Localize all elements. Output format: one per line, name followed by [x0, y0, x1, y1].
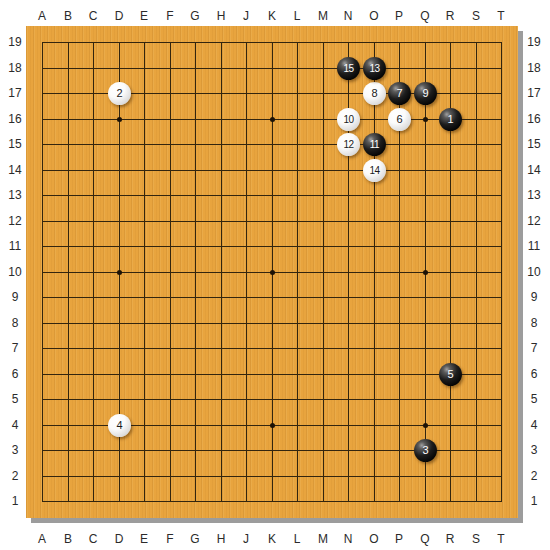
column-label-top-O: O	[362, 9, 386, 23]
row-label-right-7: 7	[522, 341, 546, 355]
go-board: 123456789101112131415	[26, 26, 518, 518]
column-label-bottom-J: J	[234, 532, 258, 546]
stone-black-11-O15: 11	[363, 133, 386, 156]
row-label-right-11: 11	[522, 239, 546, 253]
column-label-top-H: H	[209, 9, 233, 23]
grid-line-horizontal-7	[42, 348, 502, 349]
stone-white-8-O17: 8	[363, 82, 386, 105]
row-label-left-7: 7	[3, 341, 27, 355]
row-label-right-12: 12	[522, 214, 546, 228]
star-point-K4	[270, 423, 275, 428]
column-label-bottom-P: P	[387, 532, 411, 546]
row-label-left-16: 16	[3, 112, 27, 126]
column-label-top-D: D	[107, 9, 131, 23]
stone-black-3-Q3: 3	[414, 439, 437, 462]
star-point-K10	[270, 270, 275, 275]
star-point-K16	[270, 117, 275, 122]
row-label-left-19: 19	[3, 35, 27, 49]
column-label-top-C: C	[81, 9, 105, 23]
column-label-bottom-D: D	[107, 532, 131, 546]
column-label-bottom-B: B	[56, 532, 80, 546]
stone-black-7-P17: 7	[388, 82, 411, 105]
column-label-bottom-H: H	[209, 532, 233, 546]
column-label-bottom-R: R	[438, 532, 462, 546]
column-label-top-P: P	[387, 9, 411, 23]
grid-line-horizontal-6	[42, 374, 502, 375]
column-label-top-M: M	[311, 9, 335, 23]
row-label-right-19: 19	[522, 35, 546, 49]
column-label-top-R: R	[438, 9, 462, 23]
column-label-top-A: A	[30, 9, 54, 23]
stone-white-4-D4: 4	[108, 414, 131, 437]
row-label-left-3: 3	[3, 443, 27, 457]
row-label-left-11: 11	[3, 239, 27, 253]
row-label-left-2: 2	[3, 469, 27, 483]
column-label-top-E: E	[132, 9, 156, 23]
stone-black-13-O18: 13	[363, 57, 386, 80]
column-label-bottom-S: S	[464, 532, 488, 546]
column-label-bottom-L: L	[285, 532, 309, 546]
row-label-left-15: 15	[3, 137, 27, 151]
stone-black-15-N18: 15	[337, 57, 360, 80]
star-point-Q16	[423, 117, 428, 122]
row-label-right-10: 10	[522, 265, 546, 279]
row-label-right-14: 14	[522, 163, 546, 177]
stone-black-9-Q17: 9	[414, 82, 437, 105]
row-label-left-6: 6	[3, 367, 27, 381]
row-label-left-8: 8	[3, 316, 27, 330]
column-label-bottom-Q: Q	[413, 532, 437, 546]
star-point-D10	[117, 270, 122, 275]
column-label-top-J: J	[234, 9, 258, 23]
grid-line-horizontal-1	[42, 501, 502, 502]
stone-white-6-P16: 6	[388, 108, 411, 131]
row-label-left-18: 18	[3, 61, 27, 75]
grid-line-vertical-S	[476, 42, 477, 502]
stone-white-12-N15: 12	[337, 133, 360, 156]
row-label-right-17: 17	[522, 86, 546, 100]
column-label-bottom-N: N	[336, 532, 360, 546]
column-label-bottom-C: C	[81, 532, 105, 546]
row-label-left-9: 9	[3, 290, 27, 304]
grid-line-vertical-M	[323, 42, 324, 502]
column-label-bottom-T: T	[489, 532, 513, 546]
row-label-left-4: 4	[3, 418, 27, 432]
row-label-left-1: 1	[3, 494, 27, 508]
stone-white-14-O14: 14	[363, 159, 386, 182]
row-label-right-5: 5	[522, 392, 546, 406]
row-label-right-8: 8	[522, 316, 546, 330]
column-label-top-K: K	[260, 9, 284, 23]
row-label-left-14: 14	[3, 163, 27, 177]
grid-line-vertical-L	[297, 42, 298, 502]
column-label-bottom-G: G	[183, 532, 207, 546]
column-label-top-B: B	[56, 9, 80, 23]
go-diagram-page: { "game": "go", "diagram_title": "Go ope…	[0, 0, 550, 550]
grid-line-horizontal-2	[42, 476, 502, 477]
column-label-bottom-M: M	[311, 532, 335, 546]
row-label-right-13: 13	[522, 188, 546, 202]
row-label-left-13: 13	[3, 188, 27, 202]
row-label-right-1: 1	[522, 494, 546, 508]
row-label-left-12: 12	[3, 214, 27, 228]
row-label-right-18: 18	[522, 61, 546, 75]
row-label-right-2: 2	[522, 469, 546, 483]
column-label-bottom-F: F	[158, 532, 182, 546]
row-label-right-9: 9	[522, 290, 546, 304]
grid-line-vertical-O	[374, 42, 375, 502]
column-label-bottom-A: A	[30, 532, 54, 546]
row-label-right-16: 16	[522, 112, 546, 126]
star-point-Q10	[423, 270, 428, 275]
column-label-top-N: N	[336, 9, 360, 23]
row-label-left-17: 17	[3, 86, 27, 100]
column-label-top-G: G	[183, 9, 207, 23]
row-label-right-15: 15	[522, 137, 546, 151]
grid-line-vertical-T	[501, 42, 502, 502]
stone-white-2-D17: 2	[108, 82, 131, 105]
grid-line-horizontal-9	[42, 297, 502, 298]
stone-white-10-N16: 10	[337, 108, 360, 131]
grid-line-horizontal-8	[42, 323, 502, 324]
column-label-top-L: L	[285, 9, 309, 23]
star-point-Q4	[423, 423, 428, 428]
row-label-left-10: 10	[3, 265, 27, 279]
row-label-left-5: 5	[3, 392, 27, 406]
grid-line-horizontal-5	[42, 399, 502, 400]
column-label-bottom-K: K	[260, 532, 284, 546]
column-label-bottom-E: E	[132, 532, 156, 546]
column-label-bottom-O: O	[362, 532, 386, 546]
row-label-right-4: 4	[522, 418, 546, 432]
column-label-top-S: S	[464, 9, 488, 23]
column-label-top-T: T	[489, 9, 513, 23]
column-label-top-Q: Q	[413, 9, 437, 23]
column-label-top-F: F	[158, 9, 182, 23]
row-label-right-6: 6	[522, 367, 546, 381]
stone-black-5-R6: 5	[439, 363, 462, 386]
stone-black-1-R16: 1	[439, 108, 462, 131]
star-point-D16	[117, 117, 122, 122]
row-label-right-3: 3	[522, 443, 546, 457]
